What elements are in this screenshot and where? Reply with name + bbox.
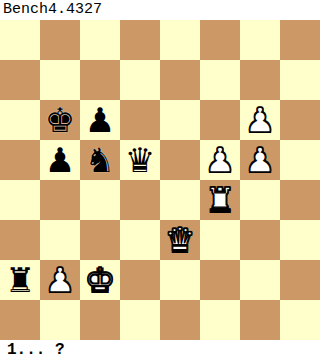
square-h8[interactable] — [280, 20, 320, 60]
chess-app-window: Bench4.4327 ♚♟♟♟♞♛♟♟♜♛♜♟♚ 1... ? — [0, 0, 320, 360]
square-f4[interactable]: ♜ — [200, 180, 240, 220]
square-b4[interactable] — [40, 180, 80, 220]
square-h4[interactable] — [280, 180, 320, 220]
square-h1[interactable] — [280, 300, 320, 340]
square-e8[interactable] — [160, 20, 200, 60]
square-d7[interactable] — [120, 60, 160, 100]
piece-white-queen[interactable]: ♛ — [165, 220, 195, 260]
square-b1[interactable] — [40, 300, 80, 340]
square-c3[interactable] — [80, 220, 120, 260]
square-e4[interactable] — [160, 180, 200, 220]
piece-black-queen[interactable]: ♛ — [125, 140, 155, 180]
square-c7[interactable] — [80, 60, 120, 100]
window-title: Bench4.4327 — [0, 0, 320, 20]
square-c4[interactable] — [80, 180, 120, 220]
square-b8[interactable] — [40, 20, 80, 60]
square-a6[interactable] — [0, 100, 40, 140]
square-h3[interactable] — [280, 220, 320, 260]
square-g2[interactable] — [240, 260, 280, 300]
square-e5[interactable] — [160, 140, 200, 180]
square-b7[interactable] — [40, 60, 80, 100]
square-d8[interactable] — [120, 20, 160, 60]
square-a2[interactable]: ♜ — [0, 260, 40, 300]
square-a7[interactable] — [0, 60, 40, 100]
chess-board: ♚♟♟♟♞♛♟♟♜♛♜♟♚ — [0, 20, 320, 340]
square-f3[interactable] — [200, 220, 240, 260]
square-h7[interactable] — [280, 60, 320, 100]
piece-black-king[interactable]: ♚ — [45, 100, 75, 140]
square-h5[interactable] — [280, 140, 320, 180]
piece-white-king[interactable]: ♚ — [85, 260, 115, 300]
square-a1[interactable] — [0, 300, 40, 340]
square-d5[interactable]: ♛ — [120, 140, 160, 180]
square-a4[interactable] — [0, 180, 40, 220]
square-e3[interactable]: ♛ — [160, 220, 200, 260]
square-a3[interactable] — [0, 220, 40, 260]
piece-black-rook[interactable]: ♜ — [5, 260, 35, 300]
piece-white-pawn[interactable]: ♟ — [245, 140, 275, 180]
square-h2[interactable] — [280, 260, 320, 300]
square-f2[interactable] — [200, 260, 240, 300]
square-b6[interactable]: ♚ — [40, 100, 80, 140]
square-g3[interactable] — [240, 220, 280, 260]
square-c5[interactable]: ♞ — [80, 140, 120, 180]
square-c8[interactable] — [80, 20, 120, 60]
square-g5[interactable]: ♟ — [240, 140, 280, 180]
square-f1[interactable] — [200, 300, 240, 340]
square-g7[interactable] — [240, 60, 280, 100]
square-g4[interactable] — [240, 180, 280, 220]
square-d4[interactable] — [120, 180, 160, 220]
piece-white-pawn[interactable]: ♟ — [205, 140, 235, 180]
square-b2[interactable]: ♟ — [40, 260, 80, 300]
square-e7[interactable] — [160, 60, 200, 100]
square-d2[interactable] — [120, 260, 160, 300]
square-b5[interactable]: ♟ — [40, 140, 80, 180]
square-f5[interactable]: ♟ — [200, 140, 240, 180]
square-f8[interactable] — [200, 20, 240, 60]
square-c1[interactable] — [80, 300, 120, 340]
piece-black-pawn[interactable]: ♟ — [45, 140, 75, 180]
square-g1[interactable] — [240, 300, 280, 340]
square-f6[interactable] — [200, 100, 240, 140]
piece-black-knight[interactable]: ♞ — [85, 140, 115, 180]
square-b3[interactable] — [40, 220, 80, 260]
square-d6[interactable] — [120, 100, 160, 140]
square-a5[interactable] — [0, 140, 40, 180]
square-g8[interactable] — [240, 20, 280, 60]
piece-black-pawn[interactable]: ♟ — [85, 100, 115, 140]
square-h6[interactable] — [280, 100, 320, 140]
move-prompt: 1... ? — [0, 340, 320, 360]
piece-white-pawn[interactable]: ♟ — [45, 260, 75, 300]
square-e2[interactable] — [160, 260, 200, 300]
square-c2[interactable]: ♚ — [80, 260, 120, 300]
square-d1[interactable] — [120, 300, 160, 340]
piece-white-pawn[interactable]: ♟ — [245, 100, 275, 140]
square-e6[interactable] — [160, 100, 200, 140]
square-g6[interactable]: ♟ — [240, 100, 280, 140]
piece-white-rook[interactable]: ♜ — [205, 180, 235, 220]
square-a8[interactable] — [0, 20, 40, 60]
square-f7[interactable] — [200, 60, 240, 100]
square-e1[interactable] — [160, 300, 200, 340]
square-c6[interactable]: ♟ — [80, 100, 120, 140]
square-d3[interactable] — [120, 220, 160, 260]
